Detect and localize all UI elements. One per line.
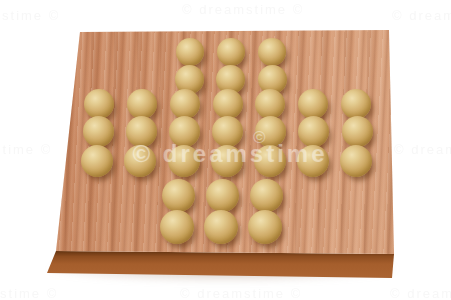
peg-r5c4[interactable] — [211, 145, 243, 177]
peg-r6c5[interactable] — [250, 179, 283, 212]
peg-r4c3[interactable] — [169, 116, 200, 147]
peg-r6c3[interactable] — [162, 179, 195, 212]
peg-r7c5[interactable] — [248, 210, 282, 244]
peg-r1c3[interactable] — [176, 38, 204, 66]
watermark-tile: © dreamstime © — [180, 286, 302, 300]
peg-r3c7[interactable] — [341, 89, 371, 119]
peg-r6c4[interactable] — [206, 179, 239, 212]
peg-r4c5[interactable] — [255, 116, 286, 147]
peg-r5c7[interactable] — [340, 145, 372, 177]
peg-r5c3[interactable] — [168, 145, 200, 177]
peg-r7c3[interactable] — [160, 210, 194, 244]
peg-r4c2[interactable] — [126, 116, 157, 147]
peg-r5c6[interactable] — [297, 145, 329, 177]
peg-r4c1[interactable] — [83, 116, 114, 147]
watermark-tile: © dreamstime © — [392, 8, 451, 23]
peg-r4c7[interactable] — [342, 116, 373, 147]
peg-r5c2[interactable] — [124, 145, 156, 177]
peg-r5c1[interactable] — [81, 145, 113, 177]
peg-r3c2[interactable] — [127, 89, 157, 119]
peg-r3c5[interactable] — [255, 89, 285, 119]
peg-r1c5[interactable] — [258, 38, 286, 66]
watermark-tile: © dreamstime © — [390, 286, 451, 300]
watermark-tile: © dreamstime © — [0, 8, 60, 23]
peg-r7c4[interactable] — [204, 210, 238, 244]
peg-r4c4[interactable] — [212, 116, 243, 147]
watermark-tile: © dreamstime © — [0, 286, 58, 300]
peg-r3c3[interactable] — [170, 89, 200, 119]
photo-scene: © dreamstime © © dreamstime © © dreamsti… — [0, 0, 451, 300]
watermark-tile: © dreamstime © — [182, 2, 304, 17]
peg-r3c6[interactable] — [298, 89, 328, 119]
peg-r5c5[interactable] — [254, 145, 286, 177]
peg-r1c4[interactable] — [217, 38, 245, 66]
peg-r4c6[interactable] — [298, 116, 329, 147]
peg-r3c4[interactable] — [213, 89, 243, 119]
watermark-tile: © dreamstime © — [394, 142, 451, 157]
peg-r3c1[interactable] — [84, 89, 114, 119]
watermark-tile: © dreamstime © — [0, 142, 52, 157]
